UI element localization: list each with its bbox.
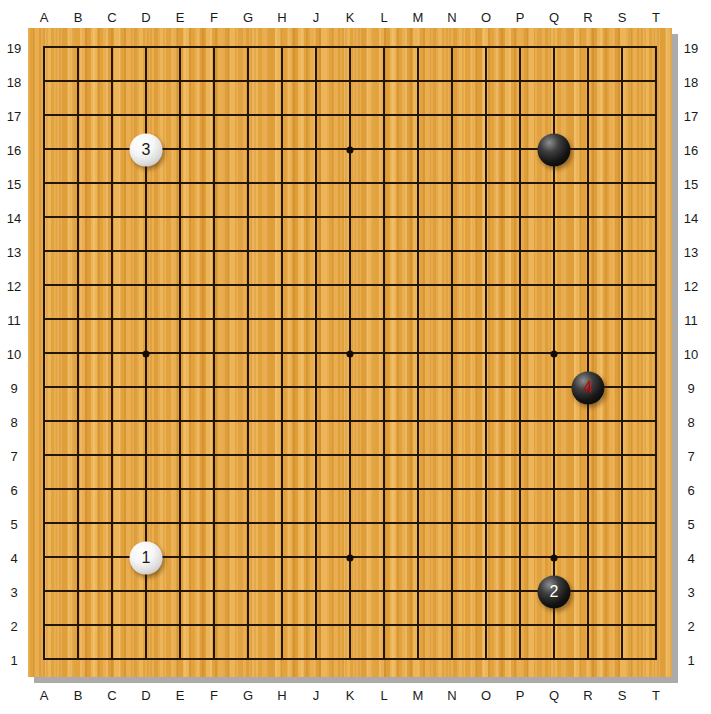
coord-left-16: 16 [7,142,21,157]
star-point-k10 [347,350,354,357]
star-point-k16 [347,146,354,153]
coord-top-k: K [346,10,355,25]
coord-bottom-h: H [277,688,286,703]
coord-right-19: 19 [684,40,698,55]
move-number-3: 3 [142,142,151,158]
coord-right-2: 2 [687,618,694,633]
coord-right-13: 13 [684,244,698,259]
coord-top-r: R [583,10,592,25]
coord-left-17: 17 [7,108,21,123]
coord-right-8: 8 [687,414,694,429]
coord-right-3: 3 [687,584,694,599]
move-number-1: 1 [142,550,151,566]
go-board[interactable]: 1234 [28,28,672,677]
coord-bottom-b: B [74,688,83,703]
coord-right-15: 15 [684,176,698,191]
coord-right-5: 5 [687,516,694,531]
coord-top-j: J [313,10,320,25]
coord-right-14: 14 [684,210,698,225]
coord-top-s: S [618,10,627,25]
coord-right-9: 9 [687,380,694,395]
coord-right-17: 17 [684,108,698,123]
coord-left-18: 18 [7,74,21,89]
coord-left-7: 7 [10,448,17,463]
coord-top-d: D [141,10,150,25]
coord-left-12: 12 [7,278,21,293]
coord-bottom-r: R [583,688,592,703]
coord-bottom-m: M [413,688,424,703]
coord-left-1: 1 [10,652,17,667]
coord-right-6: 6 [687,482,694,497]
star-point-q4 [551,554,558,561]
coord-bottom-s: S [618,688,627,703]
coord-left-4: 4 [10,550,17,565]
stone-black-q16[interactable] [538,133,571,166]
stone-white-d4[interactable]: 1 [130,541,163,574]
coord-top-q: Q [549,10,559,25]
coord-left-15: 15 [7,176,21,191]
coord-bottom-c: C [107,688,116,703]
star-point-d10 [143,350,150,357]
coord-left-13: 13 [7,244,21,259]
coord-bottom-j: J [313,688,320,703]
star-point-q10 [551,350,558,357]
coord-bottom-l: L [380,688,387,703]
coord-right-18: 18 [684,74,698,89]
coord-bottom-a: A [40,688,49,703]
go-diagram-page: 1234 AABBCCDDEEFFGGHHJJKKLLMMNNOOPPQQRRS… [0,0,711,714]
coord-right-12: 12 [684,278,698,293]
move-number-2: 2 [550,584,559,600]
coord-top-f: F [210,10,218,25]
coord-right-10: 10 [684,346,698,361]
coord-left-5: 5 [10,516,17,531]
coord-left-11: 11 [7,312,21,327]
coord-right-4: 4 [687,550,694,565]
coord-left-2: 2 [10,618,17,633]
coord-top-o: O [481,10,491,25]
coord-bottom-p: P [516,688,525,703]
coord-top-n: N [447,10,456,25]
coord-bottom-g: G [243,688,253,703]
coord-top-b: B [74,10,83,25]
stone-white-d16[interactable]: 3 [130,133,163,166]
move-number-4: 4 [584,380,593,396]
coord-bottom-n: N [447,688,456,703]
coord-bottom-f: F [210,688,218,703]
coord-top-h: H [277,10,286,25]
coord-right-1: 1 [687,652,694,667]
coord-top-p: P [516,10,525,25]
coord-left-14: 14 [7,210,21,225]
coord-left-19: 19 [7,40,21,55]
coord-top-e: E [176,10,185,25]
coord-top-g: G [243,10,253,25]
coord-bottom-e: E [176,688,185,703]
coord-right-7: 7 [687,448,694,463]
coord-right-11: 11 [684,312,698,327]
coord-top-c: C [107,10,116,25]
coord-left-8: 8 [10,414,17,429]
coord-top-a: A [40,10,49,25]
coord-left-10: 10 [7,346,21,361]
coord-left-6: 6 [10,482,17,497]
coord-bottom-t: T [652,688,660,703]
coord-bottom-d: D [141,688,150,703]
coord-right-16: 16 [684,142,698,157]
coord-bottom-o: O [481,688,491,703]
coord-left-9: 9 [10,380,17,395]
star-point-k4 [347,554,354,561]
coord-left-3: 3 [10,584,17,599]
stone-black-r9[interactable]: 4 [572,371,605,404]
coord-top-l: L [380,10,387,25]
coord-top-t: T [652,10,660,25]
coord-bottom-q: Q [549,688,559,703]
coord-bottom-k: K [346,688,355,703]
coord-top-m: M [413,10,424,25]
stone-black-q3[interactable]: 2 [538,575,571,608]
